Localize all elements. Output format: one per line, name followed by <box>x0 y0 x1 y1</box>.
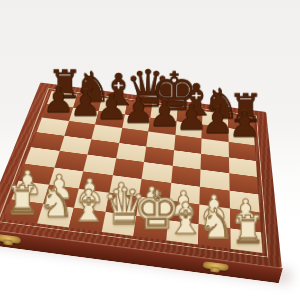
white-knight[interactable]: ♞ <box>198 203 230 244</box>
brass-clasp-right-icon <box>202 261 229 271</box>
square-c6[interactable] <box>91 124 121 142</box>
square-f1[interactable]: ♝ <box>166 220 199 245</box>
square-d5[interactable] <box>116 143 147 162</box>
black-pawn[interactable]: ♟ <box>95 89 122 125</box>
square-c1[interactable]: ♝ <box>69 207 105 231</box>
black-pawn[interactable]: ♟ <box>148 96 175 132</box>
black-pawn[interactable]: ♟ <box>69 86 96 122</box>
black-pawn[interactable]: ♟ <box>175 100 202 136</box>
black-pawn[interactable]: ♟ <box>202 103 229 139</box>
square-g1[interactable]: ♞ <box>198 224 230 249</box>
chess-set-photo: ♜♞♝♛♚♝♞♜♟♟♟♟♟♟♟♟♟♟♟♟♟♟♟♟♜♞♝♛♚♝♞♜ <box>0 0 300 300</box>
scene: ♜♞♝♛♚♝♞♜♟♟♟♟♟♟♟♟♟♟♟♟♟♟♟♟♜♞♝♛♚♝♞♜ <box>0 0 300 300</box>
white-knight[interactable]: ♞ <box>37 182 69 223</box>
square-b6[interactable] <box>64 121 95 139</box>
white-rook[interactable]: ♜ <box>5 180 37 219</box>
black-pawn[interactable]: ♟ <box>122 93 149 129</box>
square-g5[interactable] <box>201 153 229 173</box>
square-h5[interactable] <box>228 157 257 177</box>
board-grid: ♜♞♝♛♚♝♞♜♟♟♟♟♟♟♟♟♟♟♟♟♟♟♟♟♜♞♝♛♚♝♞♜ <box>4 91 262 253</box>
white-king[interactable]: ♚ <box>134 184 166 236</box>
brass-clasp-left-icon <box>0 234 21 244</box>
white-bishop[interactable]: ♝ <box>166 197 198 240</box>
white-bishop[interactable]: ♝ <box>69 184 101 227</box>
square-f6[interactable] <box>174 135 202 154</box>
square-e1[interactable]: ♚ <box>133 216 167 241</box>
white-rook[interactable]: ♜ <box>230 210 262 249</box>
square-b5[interactable] <box>59 135 91 154</box>
square-c5[interactable] <box>87 139 118 158</box>
square-e5[interactable] <box>144 146 174 165</box>
square-h1[interactable]: ♜ <box>230 228 263 253</box>
black-pawn[interactable]: ♟ <box>228 107 255 143</box>
white-queen[interactable]: ♛ <box>101 182 133 232</box>
black-pawn[interactable]: ♟ <box>42 82 69 118</box>
square-d1[interactable]: ♛ <box>101 212 136 237</box>
chess-board: ♜♞♝♛♚♝♞♜♟♟♟♟♟♟♟♟♟♟♟♟♟♟♟♟♜♞♝♛♚♝♞♜ <box>0 82 282 268</box>
